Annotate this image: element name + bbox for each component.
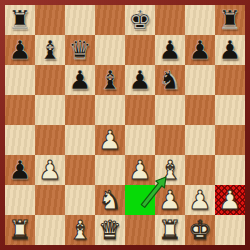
piece-white-pawn[interactable]: ♟ — [125, 155, 155, 185]
chess-board-frame: ♜♚♜♟♝♛♟♟♟♟♝♟♞♟♟♟♟♝♞♟♟♟♜♝♛♜♚ — [0, 0, 250, 250]
square-a3[interactable]: ♟ — [5, 155, 35, 185]
piece-black-pawn[interactable]: ♟ — [125, 65, 155, 95]
square-b2[interactable] — [35, 185, 65, 215]
square-g7[interactable]: ♟ — [185, 35, 215, 65]
piece-black-rook[interactable]: ♜ — [5, 5, 35, 35]
piece-black-pawn[interactable]: ♟ — [5, 35, 35, 65]
square-c6[interactable]: ♟ — [65, 65, 95, 95]
piece-white-rook[interactable]: ♜ — [155, 215, 185, 245]
piece-white-pawn[interactable]: ♟ — [35, 155, 65, 185]
piece-white-bishop[interactable]: ♝ — [65, 215, 95, 245]
square-b3[interactable]: ♟ — [35, 155, 65, 185]
square-h7[interactable]: ♟ — [215, 35, 245, 65]
square-b8[interactable] — [35, 5, 65, 35]
square-e8[interactable]: ♚ — [125, 5, 155, 35]
piece-black-queen[interactable]: ♛ — [65, 35, 95, 65]
piece-white-pawn[interactable]: ♟ — [155, 185, 185, 215]
square-c2[interactable] — [65, 185, 95, 215]
square-c3[interactable] — [65, 155, 95, 185]
square-b1[interactable] — [35, 215, 65, 245]
square-b5[interactable] — [35, 95, 65, 125]
square-f1[interactable]: ♜ — [155, 215, 185, 245]
piece-black-pawn[interactable]: ♟ — [215, 35, 245, 65]
square-a5[interactable] — [5, 95, 35, 125]
piece-white-pawn[interactable]: ♟ — [215, 185, 245, 215]
square-h4[interactable] — [215, 125, 245, 155]
piece-black-king[interactable]: ♚ — [125, 5, 155, 35]
square-g1[interactable]: ♚ — [185, 215, 215, 245]
square-d4[interactable]: ♟ — [95, 125, 125, 155]
square-f5[interactable] — [155, 95, 185, 125]
square-e2[interactable] — [125, 185, 155, 215]
square-b6[interactable] — [35, 65, 65, 95]
square-g2[interactable]: ♟ — [185, 185, 215, 215]
square-e7[interactable] — [125, 35, 155, 65]
square-d2[interactable]: ♞ — [95, 185, 125, 215]
square-b7[interactable]: ♝ — [35, 35, 65, 65]
square-g3[interactable] — [185, 155, 215, 185]
square-b4[interactable] — [35, 125, 65, 155]
piece-black-pawn[interactable]: ♟ — [5, 155, 35, 185]
square-d5[interactable] — [95, 95, 125, 125]
square-h2[interactable]: ♟ — [215, 185, 245, 215]
piece-black-knight[interactable]: ♞ — [155, 65, 185, 95]
chess-board: ♜♚♜♟♝♛♟♟♟♟♝♟♞♟♟♟♟♝♞♟♟♟♜♝♛♜♚ — [5, 5, 245, 245]
square-c4[interactable] — [65, 125, 95, 155]
square-f3[interactable]: ♝ — [155, 155, 185, 185]
square-a8[interactable]: ♜ — [5, 5, 35, 35]
piece-black-pawn[interactable]: ♟ — [155, 35, 185, 65]
piece-black-rook[interactable]: ♜ — [215, 5, 245, 35]
square-a4[interactable] — [5, 125, 35, 155]
square-g5[interactable] — [185, 95, 215, 125]
square-c7[interactable]: ♛ — [65, 35, 95, 65]
square-a6[interactable] — [5, 65, 35, 95]
square-g4[interactable] — [185, 125, 215, 155]
square-d8[interactable] — [95, 5, 125, 35]
square-a2[interactable] — [5, 185, 35, 215]
piece-white-pawn[interactable]: ♟ — [185, 185, 215, 215]
piece-black-pawn[interactable]: ♟ — [65, 65, 95, 95]
square-e4[interactable] — [125, 125, 155, 155]
square-a7[interactable]: ♟ — [5, 35, 35, 65]
piece-white-pawn[interactable]: ♟ — [95, 125, 125, 155]
square-h5[interactable] — [215, 95, 245, 125]
piece-white-king[interactable]: ♚ — [185, 215, 215, 245]
piece-white-knight[interactable]: ♞ — [95, 185, 125, 215]
square-h8[interactable]: ♜ — [215, 5, 245, 35]
square-e6[interactable]: ♟ — [125, 65, 155, 95]
square-e5[interactable] — [125, 95, 155, 125]
square-c8[interactable] — [65, 5, 95, 35]
square-g8[interactable] — [185, 5, 215, 35]
square-h6[interactable] — [215, 65, 245, 95]
square-f7[interactable]: ♟ — [155, 35, 185, 65]
piece-black-bishop[interactable]: ♝ — [35, 35, 65, 65]
square-f6[interactable]: ♞ — [155, 65, 185, 95]
square-h1[interactable] — [215, 215, 245, 245]
piece-white-rook[interactable]: ♜ — [5, 215, 35, 245]
square-g6[interactable] — [185, 65, 215, 95]
square-e1[interactable] — [125, 215, 155, 245]
square-c5[interactable] — [65, 95, 95, 125]
square-h3[interactable] — [215, 155, 245, 185]
square-d7[interactable] — [95, 35, 125, 65]
square-d1[interactable]: ♛ — [95, 215, 125, 245]
square-e3[interactable]: ♟ — [125, 155, 155, 185]
square-c1[interactable]: ♝ — [65, 215, 95, 245]
piece-black-pawn[interactable]: ♟ — [185, 35, 215, 65]
square-d6[interactable]: ♝ — [95, 65, 125, 95]
piece-white-queen[interactable]: ♛ — [95, 215, 125, 245]
square-f8[interactable] — [155, 5, 185, 35]
square-d3[interactable] — [95, 155, 125, 185]
square-a1[interactable]: ♜ — [5, 215, 35, 245]
piece-white-bishop[interactable]: ♝ — [155, 155, 185, 185]
square-f2[interactable]: ♟ — [155, 185, 185, 215]
piece-black-bishop[interactable]: ♝ — [95, 65, 125, 95]
square-f4[interactable] — [155, 125, 185, 155]
